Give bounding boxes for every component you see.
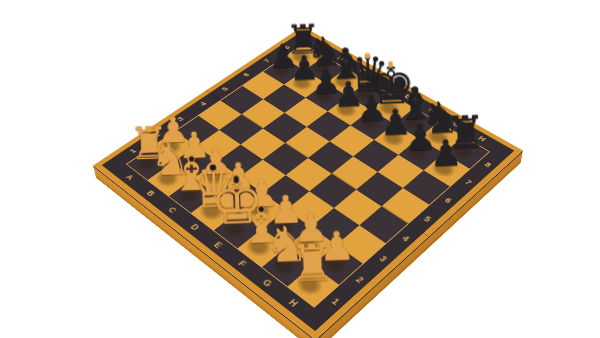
piece-finial [258, 206, 264, 212]
piece-black-pawn-h7[interactable]: ♟ [429, 134, 463, 172]
piece-finial [234, 175, 240, 183]
chessboard: AA11BB22CC33DD44EE55FF66GG77HH88♜♞♝♛♚♝♞♜… [93, 26, 523, 338]
piece-finial [388, 61, 393, 68]
piece-white-rook-h1[interactable]: ♜ [289, 236, 336, 289]
product-render-scene: AA11BB22CC33DD44EE55FF66GG77HH88♜♞♝♛♚♝♞♜… [0, 0, 600, 338]
